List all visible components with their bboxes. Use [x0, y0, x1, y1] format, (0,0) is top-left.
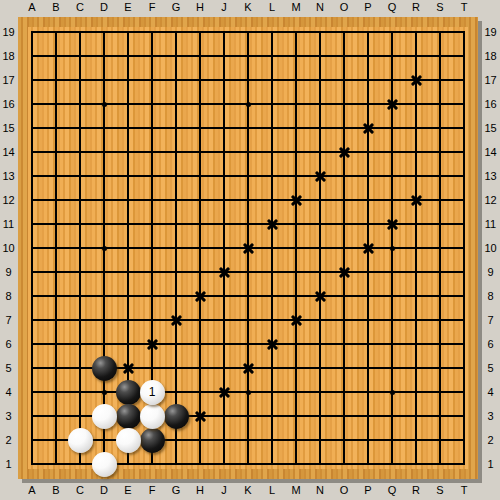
- stone-white-C2[interactable]: [68, 428, 93, 453]
- coord-left-9: 9: [0, 266, 17, 278]
- ladder-mark-x-G7[interactable]: [169, 313, 184, 328]
- star-point-D16: [102, 102, 107, 107]
- coord-left-14: 14: [0, 146, 17, 158]
- go-diagram-window: 1AABBCCDDEEFFGGHHJJKKLLMMNNOOPPQQRRSSTT1…: [0, 0, 500, 500]
- ladder-mark-x-J9[interactable]: [217, 265, 232, 280]
- coord-right-19: 19: [481, 26, 500, 38]
- coord-left-15: 15: [0, 122, 17, 134]
- grid-line: [31, 295, 465, 297]
- ladder-mark-x-E5[interactable]: [121, 361, 136, 376]
- grid-line: [31, 343, 465, 345]
- ladder-mark-x-N13[interactable]: [313, 169, 328, 184]
- coord-top-C: C: [68, 1, 92, 14]
- ladder-mark-x-J4[interactable]: [217, 385, 232, 400]
- star-point-D4: [102, 390, 107, 395]
- stone-black-G3[interactable]: [164, 404, 189, 429]
- ladder-mark-x-L6[interactable]: [265, 337, 280, 352]
- star-point-K16: [246, 102, 251, 107]
- coord-left-18: 18: [0, 50, 17, 62]
- coord-bottom-R: R: [404, 484, 428, 497]
- ladder-mark-x-K5[interactable]: [241, 361, 256, 376]
- coord-top-Q: Q: [380, 1, 404, 14]
- coord-left-16: 16: [0, 98, 17, 110]
- grid-line: [31, 271, 465, 273]
- ladder-mark-x-M12[interactable]: [289, 193, 304, 208]
- move-number-label: 1: [140, 380, 165, 405]
- ladder-mark-x-K10[interactable]: [241, 241, 256, 256]
- ladder-mark-x-P15[interactable]: [361, 121, 376, 136]
- grid-line: [415, 31, 417, 465]
- coord-left-17: 17: [0, 74, 17, 86]
- coord-bottom-F: F: [140, 484, 164, 497]
- grid-line: [271, 31, 273, 465]
- coord-right-16: 16: [481, 98, 500, 110]
- ladder-mark-x-N8[interactable]: [313, 289, 328, 304]
- coord-right-10: 10: [481, 242, 500, 254]
- coord-left-3: 3: [0, 410, 17, 422]
- coord-right-7: 7: [481, 314, 500, 326]
- coord-bottom-M: M: [284, 484, 308, 497]
- coord-top-R: R: [404, 1, 428, 14]
- coord-right-2: 2: [481, 434, 500, 446]
- stone-black-E4[interactable]: [116, 380, 141, 405]
- coord-right-1: 1: [481, 458, 500, 470]
- ladder-mark-x-H3[interactable]: [193, 409, 208, 424]
- coord-right-3: 3: [481, 410, 500, 422]
- ladder-mark-x-R17[interactable]: [409, 73, 424, 88]
- coord-top-M: M: [284, 1, 308, 14]
- ladder-mark-x-O14[interactable]: [337, 145, 352, 160]
- coord-right-15: 15: [481, 122, 500, 134]
- coord-left-7: 7: [0, 314, 17, 326]
- coord-bottom-Q: Q: [380, 484, 404, 497]
- coord-bottom-J: J: [212, 484, 236, 497]
- grid-line: [295, 31, 297, 465]
- stone-white-D3[interactable]: [92, 404, 117, 429]
- ladder-mark-x-Q11[interactable]: [385, 217, 400, 232]
- coord-right-17: 17: [481, 74, 500, 86]
- coord-top-S: S: [428, 1, 452, 14]
- coord-left-19: 19: [0, 26, 17, 38]
- coord-bottom-E: E: [116, 484, 140, 497]
- star-point-D10: [102, 246, 107, 251]
- coord-top-F: F: [140, 1, 164, 14]
- coord-right-12: 12: [481, 194, 500, 206]
- stone-white-D1[interactable]: [92, 452, 117, 477]
- coord-right-14: 14: [481, 146, 500, 158]
- star-point-K4: [246, 390, 251, 395]
- coord-top-G: G: [164, 1, 188, 14]
- coord-left-10: 10: [0, 242, 17, 254]
- grid-line: [343, 31, 345, 465]
- ladder-mark-x-L11[interactable]: [265, 217, 280, 232]
- coord-top-L: L: [260, 1, 284, 14]
- coord-bottom-K: K: [236, 484, 260, 497]
- coord-left-6: 6: [0, 338, 17, 350]
- coord-right-11: 11: [481, 218, 500, 230]
- coord-top-K: K: [236, 1, 260, 14]
- grid-line: [439, 31, 441, 465]
- coord-bottom-S: S: [428, 484, 452, 497]
- coord-bottom-C: C: [68, 484, 92, 497]
- coord-top-B: B: [44, 1, 68, 14]
- coord-right-5: 5: [481, 362, 500, 374]
- coord-right-13: 13: [481, 170, 500, 182]
- coord-right-4: 4: [481, 386, 500, 398]
- coord-bottom-A: A: [20, 484, 44, 497]
- ladder-mark-x-F6[interactable]: [145, 337, 160, 352]
- coord-left-13: 13: [0, 170, 17, 182]
- ladder-mark-x-M7[interactable]: [289, 313, 304, 328]
- ladder-mark-x-O9[interactable]: [337, 265, 352, 280]
- coord-top-H: H: [188, 1, 212, 14]
- stone-white-move1-F4[interactable]: 1: [140, 380, 165, 405]
- stone-black-E3[interactable]: [116, 404, 141, 429]
- coord-left-2: 2: [0, 434, 17, 446]
- stone-black-D5[interactable]: [92, 356, 117, 381]
- coord-top-J: J: [212, 1, 236, 14]
- grid-line: [463, 31, 465, 465]
- coord-bottom-G: G: [164, 484, 188, 497]
- ladder-mark-x-R12[interactable]: [409, 193, 424, 208]
- stone-white-E2[interactable]: [116, 428, 141, 453]
- coord-top-O: O: [332, 1, 356, 14]
- ladder-mark-x-P10[interactable]: [361, 241, 376, 256]
- coord-bottom-P: P: [356, 484, 380, 497]
- coord-right-9: 9: [481, 266, 500, 278]
- coord-left-11: 11: [0, 218, 17, 230]
- coord-bottom-O: O: [332, 484, 356, 497]
- coord-right-18: 18: [481, 50, 500, 62]
- coord-bottom-N: N: [308, 484, 332, 497]
- coord-left-8: 8: [0, 290, 17, 302]
- star-point-Q10: [390, 246, 395, 251]
- stone-black-F2[interactable]: [140, 428, 165, 453]
- coord-left-5: 5: [0, 362, 17, 374]
- coord-top-D: D: [92, 1, 116, 14]
- coord-left-1: 1: [0, 458, 17, 470]
- coord-top-T: T: [452, 1, 476, 14]
- coord-top-N: N: [308, 1, 332, 14]
- ladder-mark-x-H8[interactable]: [193, 289, 208, 304]
- coord-left-12: 12: [0, 194, 17, 206]
- coord-top-P: P: [356, 1, 380, 14]
- coord-right-6: 6: [481, 338, 500, 350]
- grid-line: [31, 439, 465, 441]
- coord-bottom-T: T: [452, 484, 476, 497]
- coord-right-8: 8: [481, 290, 500, 302]
- stone-white-F3[interactable]: [140, 404, 165, 429]
- star-point-Q4: [390, 390, 395, 395]
- grid-line: [31, 319, 465, 321]
- coord-bottom-H: H: [188, 484, 212, 497]
- coord-bottom-D: D: [92, 484, 116, 497]
- coord-top-E: E: [116, 1, 140, 14]
- coord-left-4: 4: [0, 386, 17, 398]
- coord-bottom-B: B: [44, 484, 68, 497]
- coord-bottom-L: L: [260, 484, 284, 497]
- grid-line: [319, 31, 321, 465]
- coord-top-A: A: [20, 1, 44, 14]
- ladder-mark-x-Q16[interactable]: [385, 97, 400, 112]
